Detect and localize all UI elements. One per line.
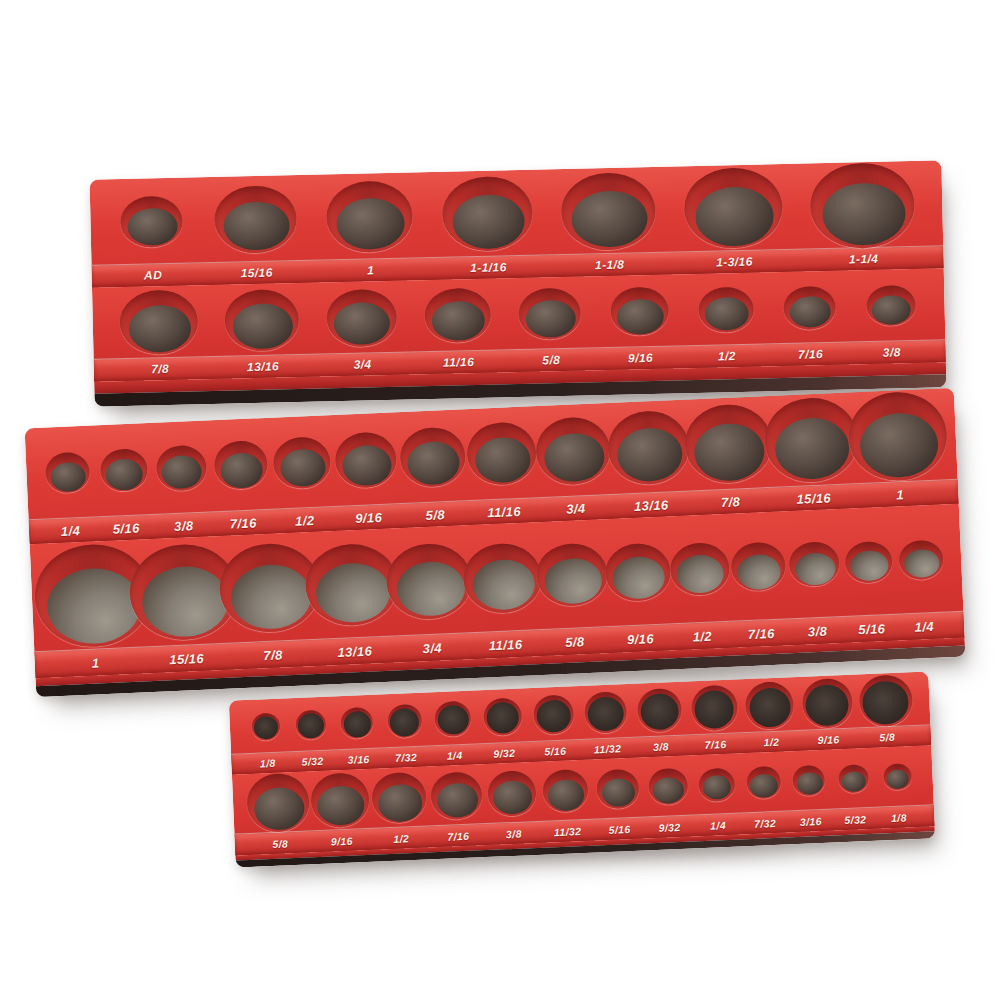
socket-hole-3/8 <box>866 285 916 326</box>
size-label: 9/32 <box>658 816 681 838</box>
size-label: 1/2 <box>763 732 780 753</box>
size-label: 5/32 <box>301 751 324 772</box>
hole-zone <box>767 270 851 344</box>
socket-hole-7/8 <box>683 403 773 485</box>
size-label: 1-1/4 <box>849 248 879 271</box>
socket-hole-5/32 <box>295 709 326 739</box>
hole-zone <box>93 423 154 517</box>
photo-canvas: AD15/1611-1/161-1/81-3/161-1/47/813/163/… <box>0 0 1001 1001</box>
size-label: 5/16 <box>544 741 567 762</box>
size-label: 11/16 <box>487 499 522 524</box>
hole-zone <box>536 519 608 630</box>
size-label: 3/4 <box>566 496 586 521</box>
socket-hole-9/32 <box>648 768 688 806</box>
hole-zone <box>246 771 311 834</box>
size-label: 3/8 <box>882 341 900 363</box>
socket-hole-13/16 <box>304 542 399 627</box>
hole-zone <box>669 164 797 253</box>
size-label: 1/8 <box>259 753 276 774</box>
socket-hole-1 <box>326 180 414 253</box>
size-label: 1/2 <box>393 827 410 849</box>
size-label: 5/8 <box>565 628 585 655</box>
socket-hole-7/16 <box>783 285 836 329</box>
hole-zone <box>603 516 671 627</box>
socket-hole-1/2 <box>745 681 795 730</box>
socket-hole-7/16 <box>730 541 786 591</box>
socket-hole-1-3/16 <box>683 167 783 249</box>
hole-zone <box>767 392 856 488</box>
size-label: 5/8 <box>425 502 445 527</box>
socket-hole-3/4 <box>326 288 397 347</box>
hole-zone <box>310 529 394 640</box>
socket-hole-9/16 <box>310 772 370 828</box>
size-label: 1 <box>896 482 905 506</box>
socket-hole-AD <box>120 195 183 247</box>
hole-zone <box>226 532 315 644</box>
hole-zone <box>477 688 530 744</box>
socket-hole-7/32 <box>387 703 422 737</box>
size-label: 1/4 <box>60 518 80 543</box>
hole-zone <box>44 540 142 652</box>
socket-hole-1-1/16 <box>441 176 533 252</box>
size-label: 7/16 <box>447 825 470 847</box>
hole-zone <box>691 753 741 815</box>
tray-bottom: 1/85/323/167/321/49/325/1611/323/87/161/… <box>229 671 935 867</box>
hole-zone <box>852 388 944 484</box>
size-label: 7/16 <box>747 620 775 647</box>
size-label: 3/8 <box>174 513 194 538</box>
socket-hole-5/8 <box>535 542 609 607</box>
hole-zone <box>667 514 732 625</box>
size-label: 11/16 <box>488 631 523 658</box>
hole-zone <box>595 274 684 348</box>
hole-zone <box>269 415 336 510</box>
size-label: 11/16 <box>443 351 475 374</box>
size-label: 9/16 <box>817 729 840 750</box>
size-label: 7/16 <box>704 734 727 755</box>
size-label: 3/4 <box>422 634 442 661</box>
hole-zone <box>642 755 694 817</box>
hole-zone <box>211 283 314 357</box>
size-label: 3/16 <box>347 749 370 770</box>
socket-hole-11/16 <box>424 288 491 343</box>
size-label: 1-1/16 <box>470 256 507 279</box>
hole-zone <box>739 751 788 813</box>
tray-top-row-1: AD15/1611-1/161-1/81-3/161-1/4 <box>90 160 944 287</box>
socket-hole-5/16 <box>596 768 640 809</box>
size-label: 3/16 <box>799 810 822 832</box>
hole-zone <box>104 177 201 265</box>
hole-zone <box>579 684 634 740</box>
socket-hole-3/8 <box>155 444 207 491</box>
size-label: 9/16 <box>626 625 654 652</box>
hole-zone <box>538 760 593 822</box>
size-label: 5/8 <box>272 832 289 854</box>
socket-hole-13/16 <box>607 409 691 485</box>
hole-zone <box>312 280 411 354</box>
socket-hole-7/16 <box>213 440 268 490</box>
socket-hole-11/16 <box>462 542 543 614</box>
hole-zone <box>426 169 547 258</box>
size-label: 9/16 <box>355 505 383 530</box>
size-label: 13/16 <box>337 637 373 664</box>
size-label: 3/8 <box>505 823 522 845</box>
socket-hole-9/16 <box>801 677 853 728</box>
socket-hole-13/16 <box>224 288 299 351</box>
hole-zone <box>527 686 581 742</box>
hole-zone <box>369 766 430 828</box>
hole-zone <box>333 694 382 750</box>
size-label: 1-1/8 <box>595 254 625 277</box>
hole-zone <box>727 511 789 621</box>
hole-zone <box>332 412 401 507</box>
socket-hole-5/8 <box>246 772 310 833</box>
hole-zone <box>504 276 597 350</box>
hole-zone <box>106 285 212 359</box>
size-label: 1/2 <box>692 623 712 650</box>
socket-hole-1-1/4 <box>809 161 915 248</box>
socket-hole-1/2 <box>371 772 427 824</box>
size-label: 1 <box>367 259 375 281</box>
size-label: 11/32 <box>593 738 621 759</box>
hole-zone <box>608 400 690 495</box>
size-label: 5/8 <box>542 349 560 371</box>
hole-zone <box>682 272 769 346</box>
socket-hole-1/4 <box>434 700 471 736</box>
hole-zone <box>243 698 290 754</box>
hole-zone <box>427 764 486 826</box>
socket-hole-5/8 <box>858 674 913 727</box>
size-label: 7/32 <box>395 747 418 768</box>
socket-hole-3/16 <box>341 706 374 738</box>
socket-hole-7/16 <box>690 684 738 731</box>
hole-zone <box>150 420 212 514</box>
size-label: 3/8 <box>653 736 670 757</box>
socket-hole-5/16 <box>533 694 575 735</box>
socket-hole-3/4 <box>385 542 473 621</box>
size-label: 13/16 <box>633 492 669 517</box>
size-label: 5/8 <box>879 727 896 748</box>
hole-zone <box>785 509 845 619</box>
socket-hole-1/4 <box>898 539 944 580</box>
size-label: 15/16 <box>796 485 832 510</box>
hole-zone <box>546 167 671 256</box>
size-label: 3/4 <box>353 353 371 375</box>
size-label: 7/8 <box>720 489 740 514</box>
socket-hole-3/4 <box>535 415 612 485</box>
socket-hole-1/8 <box>883 763 912 790</box>
socket-hole-1/4 <box>698 767 735 801</box>
size-label: 7/16 <box>229 510 257 535</box>
size-label: 15/16 <box>169 645 205 672</box>
socket-hole-9/16 <box>335 431 398 489</box>
hole-zone <box>379 692 429 748</box>
size-label: 1/2 <box>718 345 736 367</box>
socket-hole-9/32 <box>483 697 523 736</box>
size-label: 1 <box>91 649 100 675</box>
hole-zone <box>874 746 919 808</box>
socket-hole-5/32 <box>838 764 869 793</box>
size-label: 1/4 <box>914 613 934 640</box>
socket-hole-3/16 <box>792 765 825 796</box>
hole-zone <box>389 525 469 636</box>
size-label: 1-3/16 <box>716 251 753 274</box>
size-label: 13/16 <box>247 355 280 378</box>
socket-hole-1/4 <box>45 452 91 494</box>
tray-top-row-2: 7/813/163/411/165/89/161/27/163/8 <box>92 268 946 381</box>
socket-hole-9/16 <box>604 542 671 602</box>
hole-zone <box>137 536 230 648</box>
socket-hole-5/16 <box>844 540 893 583</box>
hole-zone <box>855 672 917 728</box>
hole-zone <box>484 762 541 824</box>
hole-zone <box>39 425 98 519</box>
hole-zone <box>850 269 932 343</box>
socket-hole-1/2 <box>273 436 332 489</box>
size-label: 1/4 <box>710 814 727 836</box>
size-label: 1/2 <box>295 508 315 533</box>
hole-zone <box>685 679 743 735</box>
socket-hole-5/8 <box>519 287 582 339</box>
socket-hole-11/32 <box>542 769 589 813</box>
size-label: 11/32 <box>553 820 581 842</box>
socket-hole-9/16 <box>610 287 669 336</box>
socket-hole-3/8 <box>789 541 841 587</box>
socket-hole-1-1/8 <box>561 171 657 250</box>
tray-top: AD15/1611-1/161-1/81-3/161-1/47/813/163/… <box>90 160 947 406</box>
socket-hole-1 <box>847 390 949 482</box>
size-label: 5/16 <box>112 515 140 540</box>
socket-hole-3/8 <box>637 687 683 732</box>
hole-zone <box>631 682 687 738</box>
hole-zone <box>785 750 833 812</box>
socket-hole-7/16 <box>430 771 483 820</box>
hole-zone <box>465 522 541 633</box>
hole-zone <box>198 175 312 264</box>
socket-hole-7/8 <box>119 289 198 355</box>
hole-zone <box>795 161 929 250</box>
socket-hole-15/16 <box>763 396 860 484</box>
size-label: 1/8 <box>891 806 908 828</box>
size-label: 5/16 <box>608 818 631 840</box>
hole-zone <box>311 172 429 261</box>
size-label: 7/8 <box>151 358 169 380</box>
socket-hole-1/8 <box>252 712 281 740</box>
size-label: 9/16 <box>330 830 353 852</box>
hole-zone <box>830 748 877 810</box>
socket-hole-11/32 <box>584 691 628 734</box>
socket-hole-11/16 <box>466 421 538 486</box>
hole-zone <box>208 418 272 513</box>
socket-hole-1/2 <box>698 286 754 332</box>
hole-zone <box>797 674 857 730</box>
size-label: 1/4 <box>446 745 463 766</box>
hole-zone <box>427 690 478 746</box>
socket-hole-5/8 <box>399 426 467 488</box>
hole-zone <box>309 769 372 831</box>
size-label: 5/16 <box>858 615 886 642</box>
hole-zone <box>591 757 645 819</box>
size-label: 5/32 <box>844 808 867 830</box>
hole-zone <box>287 696 335 752</box>
size-label: 9/16 <box>628 347 653 370</box>
hole-zone <box>893 504 949 614</box>
hole-zone <box>397 409 469 504</box>
hole-zone <box>840 507 898 617</box>
socket-hole-5/16 <box>99 448 148 492</box>
socket-hole-7/32 <box>746 766 781 799</box>
socket-hole-15/16 <box>214 185 297 254</box>
size-label: 7/8 <box>263 641 283 668</box>
socket-hole-3/8 <box>487 769 537 816</box>
hole-zone <box>409 278 505 352</box>
hole-zone <box>465 406 539 501</box>
hole-zone <box>535 403 612 498</box>
size-label: AD <box>144 264 163 286</box>
size-label: 15/16 <box>240 262 273 285</box>
size-label: 3/8 <box>807 618 827 645</box>
tray-middle: 1/45/163/87/161/29/165/811/163/413/167/8… <box>25 388 966 697</box>
size-label: 7/16 <box>798 343 823 366</box>
size-label: 9/32 <box>493 743 516 764</box>
size-label: 7/32 <box>754 812 777 834</box>
hole-zone <box>685 396 770 491</box>
hole-zone <box>741 677 800 733</box>
socket-hole-1/2 <box>669 542 730 597</box>
